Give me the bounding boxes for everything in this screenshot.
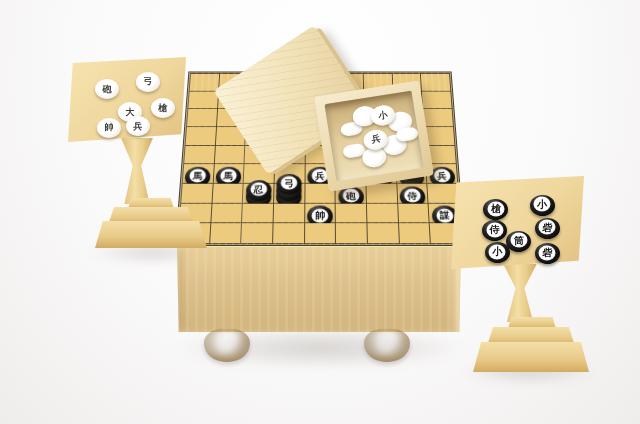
board-cell[interactable]: 忍 (243, 184, 273, 203)
board-cell[interactable] (186, 127, 216, 145)
board-cell[interactable] (367, 224, 398, 244)
board-cell[interactable] (424, 127, 454, 145)
board-cell[interactable] (212, 184, 243, 203)
piece-kanji: 砲 (342, 189, 359, 203)
right-stand-base-bottom (473, 342, 589, 372)
piece-kanji: 筒 (510, 233, 527, 248)
board-cell[interactable] (367, 203, 398, 222)
box-pieces: 小兵 (324, 91, 423, 182)
piece-kanji: 侍 (404, 189, 421, 203)
gungi-piece-弓[interactable]: 弓 (277, 174, 302, 195)
board-cell[interactable] (187, 109, 217, 126)
board-cell[interactable] (242, 203, 273, 222)
board-cell[interactable] (305, 224, 336, 244)
piece-kanji: 弓 (281, 176, 298, 189)
board-cell[interactable] (273, 224, 304, 244)
board-cell[interactable] (422, 91, 451, 108)
board-cell[interactable] (423, 109, 453, 126)
board-front-face (177, 245, 461, 332)
piece-kanji: 謀 (436, 208, 454, 222)
gungi-game-photo: 馬馬兵槍兵忍兵忍弓砲侍帥謀 小兵 砲弓大槍帥兵 槍小侍砦筒小砦 (0, 0, 640, 424)
board-cell[interactable] (211, 203, 242, 222)
gungi-piece-侍[interactable]: 侍 (482, 220, 507, 241)
gungi-piece-槍[interactable]: 槍 (151, 98, 175, 118)
board-cell[interactable] (336, 203, 366, 222)
left-stand-column (116, 138, 158, 204)
board-cell[interactable]: 馬 (183, 164, 214, 182)
board-cell[interactable] (366, 184, 396, 203)
piece-kanji: 馬 (189, 169, 206, 182)
piece-kanji: 小 (489, 244, 506, 259)
gungi-piece-砦[interactable]: 砦 (535, 218, 560, 239)
board-cell[interactable]: 馬 (213, 164, 243, 182)
board-cell[interactable] (421, 74, 450, 91)
piece-stack[interactable]: 弓 (276, 174, 302, 207)
gungi-piece-槍[interactable]: 槍 (483, 199, 508, 220)
board-cell[interactable]: 侍 (397, 184, 428, 203)
piece-kanji: 帥 (312, 208, 329, 222)
right-stand-pieces: 槍小侍砦筒小砦 (454, 180, 582, 268)
gungi-piece-小[interactable]: 小 (530, 195, 555, 216)
board-cell[interactable]: 帥 (305, 203, 335, 222)
gungi-piece-弓[interactable]: 弓 (136, 72, 160, 92)
board-cell[interactable] (210, 224, 241, 244)
piece-kanji: 兵 (433, 169, 450, 182)
board-cell[interactable] (214, 146, 244, 164)
piece-kanji: 砦 (539, 220, 556, 235)
gungi-piece-砦[interactable]: 砦 (535, 243, 560, 264)
gungi-piece-兵[interactable]: 兵 (126, 116, 150, 136)
piece-kanji: 砦 (539, 245, 556, 260)
gungi-piece-砲[interactable]: 砲 (95, 79, 119, 99)
piece-kanji: 小 (534, 197, 551, 212)
board-cell[interactable] (188, 91, 217, 108)
left-stand-pieces: 砲弓大槍帥兵 (70, 58, 184, 140)
piece-box: 小兵 (314, 80, 434, 191)
board-cell[interactable]: 弓 (274, 184, 304, 203)
board-cell[interactable] (241, 224, 272, 244)
board-cell[interactable] (274, 203, 304, 222)
board-cell[interactable] (399, 224, 430, 244)
gungi-piece-帥[interactable]: 帥 (97, 118, 121, 138)
board-cell[interactable] (190, 74, 219, 91)
piece-kanji: 侍 (486, 222, 503, 237)
piece-kanji: 馬 (220, 169, 237, 182)
gungi-piece-小[interactable]: 小 (485, 242, 510, 263)
left-stand-base-bottom (95, 221, 207, 248)
piece-kanji: 忍 (250, 182, 267, 196)
board-cell[interactable] (336, 224, 367, 244)
gungi-piece-筒[interactable]: 筒 (506, 231, 531, 252)
board-cell[interactable] (398, 203, 429, 222)
board-cell[interactable] (184, 146, 214, 164)
board-cell[interactable] (181, 184, 212, 203)
right-stand-column (498, 264, 542, 322)
piece-kanji: 槍 (487, 201, 504, 216)
